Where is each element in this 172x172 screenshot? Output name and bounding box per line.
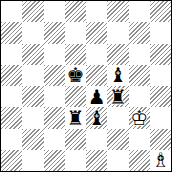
square-c8[interactable] xyxy=(44,1,65,22)
square-f4[interactable]: ♜ xyxy=(107,86,128,107)
square-c2[interactable] xyxy=(44,129,65,150)
square-e2[interactable] xyxy=(86,129,107,150)
square-c6[interactable] xyxy=(44,44,65,65)
black-pawn-icon: ♟ xyxy=(86,86,107,107)
square-g7[interactable] xyxy=(129,22,150,43)
square-g5[interactable] xyxy=(129,65,150,86)
square-d4[interactable] xyxy=(65,86,86,107)
square-b8[interactable] xyxy=(22,1,43,22)
square-e4[interactable]: ♟ xyxy=(86,86,107,107)
square-a1[interactable] xyxy=(1,150,22,171)
square-h8[interactable] xyxy=(150,1,171,22)
square-f1[interactable] xyxy=(107,150,128,171)
white-king-icon: ♔ xyxy=(129,107,150,128)
square-c7[interactable] xyxy=(44,22,65,43)
white-bishop-icon: ♗ xyxy=(150,150,171,171)
square-d7[interactable] xyxy=(65,22,86,43)
black-rook-icon: ♜ xyxy=(65,107,86,128)
square-h2[interactable] xyxy=(150,129,171,150)
black-bishop-icon: ♝ xyxy=(86,107,107,128)
square-g4[interactable] xyxy=(129,86,150,107)
square-e3[interactable]: ♝ xyxy=(86,107,107,128)
square-c5[interactable] xyxy=(44,65,65,86)
square-g2[interactable] xyxy=(129,129,150,150)
square-a5[interactable] xyxy=(1,65,22,86)
square-c3[interactable] xyxy=(44,107,65,128)
square-b6[interactable] xyxy=(22,44,43,65)
square-f3[interactable] xyxy=(107,107,128,128)
square-h5[interactable] xyxy=(150,65,171,86)
square-e7[interactable] xyxy=(86,22,107,43)
square-a8[interactable] xyxy=(1,1,22,22)
square-a4[interactable] xyxy=(1,86,22,107)
square-b5[interactable] xyxy=(22,65,43,86)
white-king-fill-icon: ♚ xyxy=(129,107,150,128)
square-f2[interactable] xyxy=(107,129,128,150)
chess-board: ♚♝♟♜♜♝♚♔♝♗ xyxy=(0,0,172,172)
square-d2[interactable] xyxy=(65,129,86,150)
square-h4[interactable] xyxy=(150,86,171,107)
black-king-icon: ♚ xyxy=(65,65,86,86)
square-f5[interactable]: ♝ xyxy=(107,65,128,86)
square-e5[interactable] xyxy=(86,65,107,86)
square-g3[interactable]: ♚♔ xyxy=(129,107,150,128)
square-b1[interactable] xyxy=(22,150,43,171)
square-h6[interactable] xyxy=(150,44,171,65)
square-d5[interactable]: ♚ xyxy=(65,65,86,86)
square-f8[interactable] xyxy=(107,1,128,22)
square-b2[interactable] xyxy=(22,129,43,150)
square-e8[interactable] xyxy=(86,1,107,22)
square-b3[interactable] xyxy=(22,107,43,128)
white-bishop-fill-icon: ♝ xyxy=(150,150,171,171)
square-h1[interactable]: ♝♗ xyxy=(150,150,171,171)
square-a6[interactable] xyxy=(1,44,22,65)
square-g8[interactable] xyxy=(129,1,150,22)
square-c1[interactable] xyxy=(44,150,65,171)
square-d1[interactable] xyxy=(65,150,86,171)
square-a2[interactable] xyxy=(1,129,22,150)
square-f7[interactable] xyxy=(107,22,128,43)
square-e1[interactable] xyxy=(86,150,107,171)
square-f6[interactable] xyxy=(107,44,128,65)
square-h3[interactable] xyxy=(150,107,171,128)
square-c4[interactable] xyxy=(44,86,65,107)
square-d8[interactable] xyxy=(65,1,86,22)
square-h7[interactable] xyxy=(150,22,171,43)
square-g1[interactable] xyxy=(129,150,150,171)
square-a7[interactable] xyxy=(1,22,22,43)
square-d6[interactable] xyxy=(65,44,86,65)
square-e6[interactable] xyxy=(86,44,107,65)
black-bishop-icon: ♝ xyxy=(107,65,128,86)
square-a3[interactable] xyxy=(1,107,22,128)
square-b4[interactable] xyxy=(22,86,43,107)
black-rook-icon: ♜ xyxy=(107,86,128,107)
square-d3[interactable]: ♜ xyxy=(65,107,86,128)
square-b7[interactable] xyxy=(22,22,43,43)
square-g6[interactable] xyxy=(129,44,150,65)
